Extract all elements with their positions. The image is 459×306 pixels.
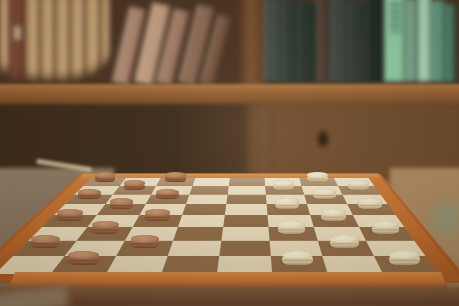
scene bbox=[0, 0, 459, 306]
brown-checker-b6[interactable] bbox=[92, 221, 119, 233]
brown-checker-c7[interactable] bbox=[131, 235, 160, 248]
brown-checker-b4[interactable] bbox=[110, 198, 134, 209]
cream-checker-f4[interactable] bbox=[275, 198, 299, 209]
pieces-layer bbox=[0, 0, 459, 306]
cream-checker-h2[interactable] bbox=[348, 180, 370, 190]
cream-checker-f8[interactable] bbox=[282, 251, 313, 265]
cream-checker-h4[interactable] bbox=[358, 198, 382, 209]
cream-checker-f6[interactable] bbox=[278, 221, 305, 233]
brown-checker-a1[interactable] bbox=[95, 172, 116, 181]
brown-checker-a5[interactable] bbox=[57, 209, 82, 221]
brown-checker-a7[interactable] bbox=[31, 235, 60, 248]
brown-checker-a3[interactable] bbox=[78, 189, 101, 199]
cream-checker-g3[interactable] bbox=[313, 189, 336, 199]
cream-checker-g7[interactable] bbox=[330, 235, 359, 248]
cream-checker-h6[interactable] bbox=[372, 221, 399, 233]
brown-checker-c3[interactable] bbox=[156, 189, 179, 199]
brown-checker-c1[interactable] bbox=[165, 172, 186, 181]
brown-checker-b2[interactable] bbox=[124, 180, 146, 190]
brown-checker-b8[interactable] bbox=[68, 251, 99, 265]
cream-checker-g5[interactable] bbox=[321, 209, 346, 221]
cream-checker-h8[interactable] bbox=[389, 251, 420, 265]
brown-checker-c5[interactable] bbox=[145, 209, 170, 221]
cream-checker-f2[interactable] bbox=[273, 180, 295, 190]
cream-checker-g1[interactable] bbox=[307, 172, 328, 181]
